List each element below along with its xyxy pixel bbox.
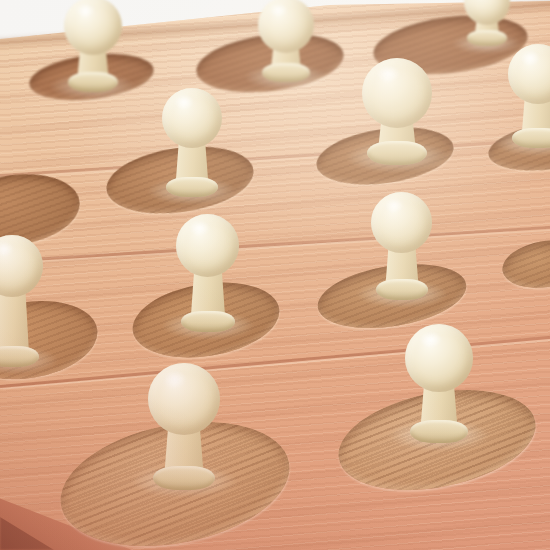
- peg-a2-ball: [258, 0, 314, 53]
- peg-c1-base: [181, 311, 235, 332]
- peg-b3-ball: [508, 44, 550, 104]
- peg-a1-base: [68, 72, 118, 92]
- peg-d2-base: [410, 420, 468, 443]
- peg-d1-ball: [148, 363, 220, 435]
- peg-b1[interactable]: [144, 88, 240, 209]
- memory-chess-photo: [0, 0, 550, 550]
- peg-b1-base: [166, 177, 218, 197]
- peg-a1-ball: [64, 0, 122, 55]
- peg-b1-ball: [162, 88, 222, 148]
- peg-b2-ball: [362, 58, 432, 128]
- peg-c2-base: [376, 279, 428, 300]
- peg-c2[interactable]: [353, 192, 451, 313]
- peg-d2-ball: [405, 324, 473, 392]
- peg-c0-ball: [0, 235, 43, 297]
- peg-a2-base: [262, 63, 310, 82]
- peg-c1[interactable]: [158, 214, 259, 345]
- peg-d2[interactable]: [385, 324, 494, 455]
- peg-a1[interactable]: [47, 0, 140, 104]
- peg-d1-base: [153, 466, 215, 490]
- peg-b2[interactable]: [341, 58, 453, 177]
- peg-b2-base: [367, 141, 427, 165]
- peg-c0[interactable]: [0, 235, 62, 379]
- peg-c2-ball: [371, 192, 432, 253]
- peg-d1[interactable]: [126, 363, 241, 502]
- peg-b3-base: [512, 128, 550, 148]
- peg-a2[interactable]: [241, 0, 331, 94]
- peg-c1-ball: [176, 214, 239, 277]
- peg-c0-base: [0, 346, 39, 367]
- peg-b3[interactable]: [490, 44, 550, 160]
- peg-a3-ball: [464, 0, 510, 25]
